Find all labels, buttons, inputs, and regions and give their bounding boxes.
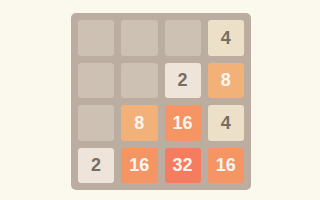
tile-2-r2c3: 2 [165, 63, 201, 99]
game-background: 42881642163216 [0, 0, 320, 200]
empty-cell-r1c2 [121, 20, 157, 56]
tile-8-r2c4: 8 [208, 63, 244, 99]
tile-2-r4c1: 2 [78, 148, 114, 184]
empty-cell-r2c2 [121, 63, 157, 99]
empty-cell-r1c3 [165, 20, 201, 56]
tile-32-r4c3: 32 [165, 148, 201, 184]
tile-4-r1c4: 4 [208, 20, 244, 56]
tile-16-r4c4: 16 [208, 148, 244, 184]
empty-cell-r3c1 [78, 105, 114, 141]
tile-8-r3c2: 8 [121, 105, 157, 141]
game-board-2048[interactable]: 42881642163216 [71, 13, 251, 190]
tile-16-r4c2: 16 [121, 148, 157, 184]
tile-4-r3c4: 4 [208, 105, 244, 141]
tile-16-r3c3: 16 [165, 105, 201, 141]
empty-cell-r2c1 [78, 63, 114, 99]
empty-cell-r1c1 [78, 20, 114, 56]
